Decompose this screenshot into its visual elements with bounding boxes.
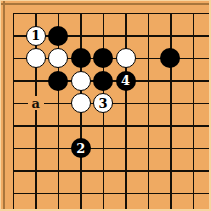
stones-layer: 1432a (2, 2, 204, 204)
go-corner-diagram: 1432a (0, 0, 211, 211)
white-stone (26, 48, 46, 68)
white-stone (71, 93, 91, 113)
white-stone-move-1: 1 (26, 26, 46, 46)
black-stone-move-4: 4 (116, 71, 136, 91)
black-stone (93, 71, 113, 91)
point-label-a: a (28, 96, 44, 110)
black-stone (48, 26, 68, 46)
black-stone (71, 48, 91, 68)
white-stone (116, 48, 136, 68)
black-stone (93, 48, 113, 68)
frame-edge-left (0, 0, 1, 211)
white-stone (71, 71, 91, 91)
black-stone (160, 48, 180, 68)
frame-edge-bottom (0, 209, 211, 211)
black-stone (48, 71, 68, 91)
frame-edge-top (0, 0, 211, 1)
white-stone (48, 48, 68, 68)
black-stone-move-2: 2 (71, 138, 91, 158)
white-stone-move-3: 3 (93, 93, 113, 113)
frame-edge-right (209, 0, 211, 211)
